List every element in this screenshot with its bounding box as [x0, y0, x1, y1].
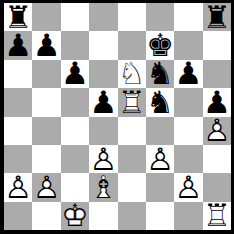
- piece-white-king: ♚♔: [61, 202, 89, 230]
- black-piece-glyph: ♞: [146, 60, 174, 88]
- square-a7[interactable]: ♟: [4, 31, 32, 59]
- square-g1[interactable]: [174, 202, 202, 230]
- square-a8[interactable]: ♜: [4, 3, 32, 31]
- white-piece-fill: ♜: [203, 202, 231, 230]
- white-piece-outline: ♙: [89, 145, 117, 173]
- white-piece-outline: ♙: [203, 117, 231, 145]
- white-piece-outline: ♙: [32, 173, 60, 201]
- white-piece-outline: ♙: [4, 173, 32, 201]
- square-c1[interactable]: ♚♔: [61, 202, 89, 230]
- square-g5[interactable]: [174, 88, 202, 116]
- white-piece-fill: ♟: [174, 173, 202, 201]
- square-h4[interactable]: ♟♙: [203, 117, 231, 145]
- black-piece-glyph: ♟: [61, 60, 89, 88]
- square-d7[interactable]: [89, 31, 117, 59]
- black-piece-glyph: ♟: [89, 88, 117, 116]
- white-piece-fill: ♝: [89, 173, 117, 201]
- piece-white-pawn: ♟♙: [146, 145, 174, 173]
- piece-white-pawn: ♟♙: [174, 173, 202, 201]
- white-piece-fill: ♞: [118, 60, 146, 88]
- square-e6[interactable]: ♞♘: [118, 60, 146, 88]
- piece-black-rook: ♜: [203, 3, 231, 31]
- square-a3[interactable]: [4, 145, 32, 173]
- square-g4[interactable]: [174, 117, 202, 145]
- square-e7[interactable]: [118, 31, 146, 59]
- square-b7[interactable]: ♟: [32, 31, 60, 59]
- square-d1[interactable]: [89, 202, 117, 230]
- piece-black-pawn: ♟: [61, 60, 89, 88]
- square-d5[interactable]: ♟: [89, 88, 117, 116]
- white-piece-fill: ♟: [146, 145, 174, 173]
- white-piece-outline: ♖: [203, 202, 231, 230]
- piece-black-knight: ♞: [146, 88, 174, 116]
- square-b1[interactable]: [32, 202, 60, 230]
- black-piece-glyph: ♜: [4, 3, 32, 31]
- piece-black-pawn: ♟: [4, 31, 32, 59]
- black-piece-glyph: ♜: [203, 3, 231, 31]
- piece-black-pawn: ♟: [89, 88, 117, 116]
- square-g7[interactable]: [174, 31, 202, 59]
- square-h6[interactable]: [203, 60, 231, 88]
- square-f2[interactable]: [146, 173, 174, 201]
- white-piece-outline: ♙: [174, 173, 202, 201]
- square-g6[interactable]: ♟: [174, 60, 202, 88]
- square-h2[interactable]: [203, 173, 231, 201]
- piece-black-pawn: ♟: [32, 31, 60, 59]
- square-a5[interactable]: [4, 88, 32, 116]
- black-piece-glyph: ♟: [4, 31, 32, 59]
- square-b6[interactable]: [32, 60, 60, 88]
- square-e8[interactable]: [118, 3, 146, 31]
- square-d2[interactable]: ♝♗: [89, 173, 117, 201]
- square-c5[interactable]: [61, 88, 89, 116]
- piece-white-pawn: ♟♙: [32, 173, 60, 201]
- square-f1[interactable]: [146, 202, 174, 230]
- square-e2[interactable]: [118, 173, 146, 201]
- square-b8[interactable]: [32, 3, 60, 31]
- square-b4[interactable]: [32, 117, 60, 145]
- square-g8[interactable]: [174, 3, 202, 31]
- white-piece-fill: ♟: [203, 117, 231, 145]
- white-piece-outline: ♔: [61, 202, 89, 230]
- square-e1[interactable]: [118, 202, 146, 230]
- white-piece-outline: ♗: [89, 173, 117, 201]
- square-h3[interactable]: [203, 145, 231, 173]
- square-h8[interactable]: ♜: [203, 3, 231, 31]
- white-piece-fill: ♟: [32, 173, 60, 201]
- black-piece-glyph: ♟: [203, 88, 231, 116]
- piece-white-rook: ♜♖: [203, 202, 231, 230]
- square-f5[interactable]: ♞: [146, 88, 174, 116]
- white-piece-fill: ♜: [118, 88, 146, 116]
- black-piece-glyph: ♞: [146, 88, 174, 116]
- white-piece-fill: ♚: [61, 202, 89, 230]
- square-e4[interactable]: [118, 117, 146, 145]
- square-a1[interactable]: [4, 202, 32, 230]
- square-c4[interactable]: [61, 117, 89, 145]
- white-piece-fill: ♟: [4, 173, 32, 201]
- square-a2[interactable]: ♟♙: [4, 173, 32, 201]
- black-piece-glyph: ♚: [146, 31, 174, 59]
- square-c7[interactable]: [61, 31, 89, 59]
- square-d4[interactable]: [89, 117, 117, 145]
- board-grid: ♜♜♟♟♚♟♞♘♞♟♟♜♖♞♟♟♙♟♙♟♙♟♙♟♙♝♗♟♙♚♔♜♖: [4, 3, 231, 230]
- piece-white-pawn: ♟♙: [203, 117, 231, 145]
- square-c2[interactable]: [61, 173, 89, 201]
- piece-white-pawn: ♟♙: [4, 173, 32, 201]
- square-c6[interactable]: ♟: [61, 60, 89, 88]
- square-g3[interactable]: [174, 145, 202, 173]
- white-piece-outline: ♘: [118, 60, 146, 88]
- square-c8[interactable]: [61, 3, 89, 31]
- square-d3[interactable]: ♟♙: [89, 145, 117, 173]
- square-g2[interactable]: ♟♙: [174, 173, 202, 201]
- chess-board: ♜♜♟♟♚♟♞♘♞♟♟♜♖♞♟♟♙♟♙♟♙♟♙♟♙♝♗♟♙♚♔♜♖: [0, 0, 234, 234]
- square-c3[interactable]: [61, 145, 89, 173]
- square-h5[interactable]: ♟: [203, 88, 231, 116]
- square-f3[interactable]: ♟♙: [146, 145, 174, 173]
- square-a6[interactable]: [4, 60, 32, 88]
- piece-white-rook: ♜♖: [118, 88, 146, 116]
- square-b2[interactable]: ♟♙: [32, 173, 60, 201]
- white-piece-outline: ♖: [118, 88, 146, 116]
- piece-white-pawn: ♟♙: [89, 145, 117, 173]
- piece-black-pawn: ♟: [174, 60, 202, 88]
- piece-black-king: ♚: [146, 31, 174, 59]
- piece-white-bishop: ♝♗: [89, 173, 117, 201]
- square-h7[interactable]: [203, 31, 231, 59]
- white-piece-outline: ♙: [146, 145, 174, 173]
- black-piece-glyph: ♟: [174, 60, 202, 88]
- square-a4[interactable]: [4, 117, 32, 145]
- piece-black-rook: ♜: [4, 3, 32, 31]
- square-f8[interactable]: [146, 3, 174, 31]
- square-d6[interactable]: [89, 60, 117, 88]
- square-f6[interactable]: ♞: [146, 60, 174, 88]
- square-b5[interactable]: [32, 88, 60, 116]
- square-d8[interactable]: [89, 3, 117, 31]
- square-e5[interactable]: ♜♖: [118, 88, 146, 116]
- white-piece-fill: ♟: [89, 145, 117, 173]
- piece-black-knight: ♞: [146, 60, 174, 88]
- square-b3[interactable]: [32, 145, 60, 173]
- square-e3[interactable]: [118, 145, 146, 173]
- square-f7[interactable]: ♚: [146, 31, 174, 59]
- square-h1[interactable]: ♜♖: [203, 202, 231, 230]
- black-piece-glyph: ♟: [32, 31, 60, 59]
- piece-white-knight: ♞♘: [118, 60, 146, 88]
- square-f4[interactable]: [146, 117, 174, 145]
- piece-black-pawn: ♟: [203, 88, 231, 116]
